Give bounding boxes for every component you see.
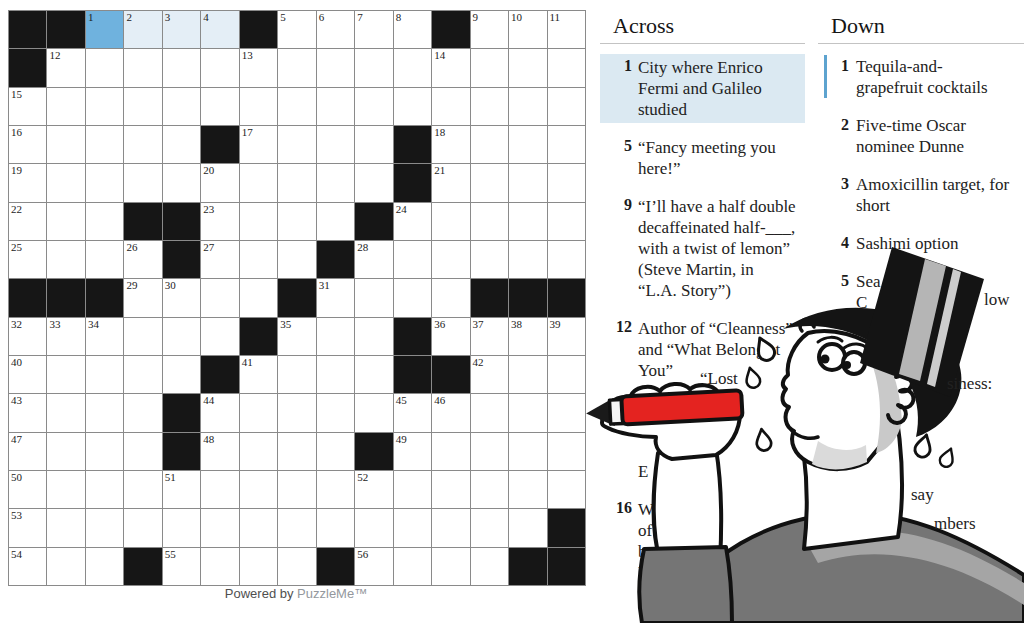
cell-number: 11 — [550, 11, 561, 23]
grid-cell-r11c11[interactable]: 45 — [394, 394, 431, 431]
across-clue-1[interactable]: 1City where EnricoFermi and Galileostudi… — [600, 54, 805, 123]
grid-cell-r8c13 — [471, 279, 508, 316]
grid-cell-r5c2[interactable] — [47, 164, 84, 201]
grid-cell-r1c14[interactable]: 10 — [509, 11, 546, 48]
grid-cell-r1c10[interactable]: 7 — [355, 11, 392, 48]
grid-cell-r4c15[interactable] — [548, 126, 585, 163]
cell-number: 32 — [11, 318, 22, 330]
cell-number: 40 — [11, 356, 22, 368]
grid-cell-r10c3[interactable] — [86, 356, 123, 393]
grid-cell-r9c12[interactable]: 36 — [432, 318, 469, 355]
grid-cell-r13c9[interactable] — [317, 471, 354, 508]
cell-number: 15 — [11, 88, 22, 100]
grid-cell-r14c11[interactable] — [394, 509, 431, 546]
clue-text: Tequila-and-grapefruit cocktails — [856, 57, 988, 99]
cell-number: 33 — [49, 318, 60, 330]
grid-cell-r3c13[interactable] — [471, 88, 508, 125]
grid-cell-r4c11 — [394, 126, 431, 163]
grid-cell-r4c14[interactable] — [509, 126, 546, 163]
grid-cell-r7c14[interactable] — [509, 241, 546, 278]
grid-cell-r10c13[interactable]: 42 — [471, 356, 508, 393]
grid-cell-r8c2 — [47, 279, 84, 316]
grid-cell-r6c1[interactable]: 22 — [9, 203, 46, 240]
grid-cell-r9c4[interactable] — [124, 318, 161, 355]
grid-cell-r12c12[interactable] — [432, 433, 469, 470]
grid-cell-r10c2[interactable] — [47, 356, 84, 393]
grid-cell-r1c9[interactable]: 6 — [317, 11, 354, 48]
grid-cell-r11c13[interactable] — [471, 394, 508, 431]
grid-cell-r15c2[interactable] — [47, 548, 84, 585]
cell-number: 22 — [11, 203, 22, 215]
grid-cell-r13c7[interactable] — [240, 471, 277, 508]
across-divider — [600, 43, 805, 44]
grid-cell-r6c3[interactable] — [86, 203, 123, 240]
grid-cell-r1c5[interactable]: 3 — [163, 11, 200, 48]
grid-cell-r12c8[interactable] — [278, 433, 315, 470]
grid-cell-r10c8[interactable] — [278, 356, 315, 393]
grid-cell-r8c14 — [509, 279, 546, 316]
grid-cell-r2c4[interactable] — [124, 49, 161, 86]
cell-number: 23 — [203, 203, 214, 215]
crossword-app: 1234567891011121314151617181920212223242… — [0, 0, 1024, 623]
grid-cell-r13c1[interactable]: 50 — [9, 471, 46, 508]
grid-cell-r4c8[interactable] — [278, 126, 315, 163]
across-header: Across — [613, 13, 805, 38]
grid-cell-r10c12 — [432, 356, 469, 393]
grid-cell-r10c5[interactable] — [163, 356, 200, 393]
grid-cell-r11c1[interactable]: 43 — [9, 394, 46, 431]
grid-cell-r2c6[interactable] — [201, 49, 238, 86]
grid-cell-r7c11[interactable] — [394, 241, 431, 278]
cell-number: 12 — [49, 49, 60, 61]
grid-cell-r12c5 — [163, 433, 200, 470]
grid-cell-r9c9[interactable] — [317, 318, 354, 355]
grid-cell-r8c5[interactable]: 30 — [163, 279, 200, 316]
grid-cell-r5c15[interactable] — [548, 164, 585, 201]
crossword-grid: 1234567891011121314151617181920212223242… — [8, 10, 586, 586]
grid-cell-r7c10[interactable]: 28 — [355, 241, 392, 278]
grid-cell-r8c7[interactable] — [240, 279, 277, 316]
grid-cell-r3c11[interactable] — [394, 88, 431, 125]
grid-cell-r9c7 — [240, 318, 277, 355]
cell-number: 44 — [203, 394, 214, 406]
grid-cell-r10c9[interactable] — [317, 356, 354, 393]
grid-cell-r11c9[interactable] — [317, 394, 354, 431]
grid-cell-r8c1 — [9, 279, 46, 316]
grid-cell-r12c10 — [355, 433, 392, 470]
grid-cell-r9c11 — [394, 318, 431, 355]
clue-fragment: say — [911, 485, 934, 505]
grid-cell-r2c7[interactable]: 13 — [240, 49, 277, 86]
grid-cell-r13c6[interactable] — [201, 471, 238, 508]
grid-cell-r3c7[interactable] — [240, 88, 277, 125]
across-clue-5[interactable]: 5“Fancy meeting youhere!” — [600, 134, 805, 182]
cell-number: 31 — [319, 279, 330, 291]
cell-number: 53 — [11, 509, 22, 521]
grid-cell-r14c1[interactable]: 53 — [9, 509, 46, 546]
grid-cell-r7c7[interactable] — [240, 241, 277, 278]
grid-cell-r6c15[interactable] — [548, 203, 585, 240]
cell-number: 26 — [126, 241, 137, 253]
grid-cell-r6c13[interactable] — [471, 203, 508, 240]
grid-cell-r15c5[interactable]: 55 — [163, 548, 200, 585]
grid-cell-r15c8[interactable] — [278, 548, 315, 585]
coat-cuff — [639, 547, 732, 623]
grid-cell-r5c10[interactable] — [355, 164, 392, 201]
cell-number: 30 — [165, 279, 176, 291]
grid-cell-r2c3[interactable] — [86, 49, 123, 86]
grid-cell-r10c1[interactable]: 40 — [9, 356, 46, 393]
clue-number: 1 — [602, 57, 638, 120]
grid-cell-r3c2[interactable] — [47, 88, 84, 125]
cell-number: 38 — [511, 318, 522, 330]
grid-cell-r5c3[interactable] — [86, 164, 123, 201]
grid-cell-r2c13[interactable] — [471, 49, 508, 86]
grid-cell-r4c7[interactable]: 17 — [240, 126, 277, 163]
grid-cell-r4c4[interactable] — [124, 126, 161, 163]
grid-cell-r7c2[interactable] — [47, 241, 84, 278]
grid-cell-r5c9[interactable] — [317, 164, 354, 201]
grid-cell-r2c1 — [9, 49, 46, 86]
grid-cell-r13c11[interactable] — [394, 471, 431, 508]
grid-cell-r8c10[interactable] — [355, 279, 392, 316]
grid-cell-r3c12[interactable] — [432, 88, 469, 125]
grid-cell-r1c8[interactable]: 5 — [278, 11, 315, 48]
grid-cell-r6c12[interactable] — [432, 203, 469, 240]
grid-cell-r4c3[interactable] — [86, 126, 123, 163]
grid-cell-r6c6[interactable]: 23 — [201, 203, 238, 240]
clue-text: City where EnricoFermi and Galileostudie… — [638, 57, 763, 120]
grid-cell-r6c10 — [355, 203, 392, 240]
cell-number: 50 — [11, 471, 22, 483]
cell-number: 43 — [11, 394, 22, 406]
grid-cell-r4c1[interactable]: 16 — [9, 126, 46, 163]
clue-fragment: siness: — [947, 374, 992, 394]
grid-cell-r12c2[interactable] — [47, 433, 84, 470]
grid-cell-r13c10[interactable]: 52 — [355, 471, 392, 508]
cell-number: 3 — [165, 11, 171, 23]
grid-cell-r9c14[interactable]: 38 — [509, 318, 546, 355]
grid-cell-r1c6[interactable]: 4 — [201, 11, 238, 48]
cell-number: 47 — [11, 433, 22, 445]
grid-cell-r2c12[interactable]: 14 — [432, 49, 469, 86]
grid-cell-r3c8[interactable] — [278, 88, 315, 125]
grid-cell-r3c10[interactable] — [355, 88, 392, 125]
grid-cell-r11c4[interactable] — [124, 394, 161, 431]
grid-cell-r2c15[interactable] — [548, 49, 585, 86]
grid-cell-r12c7[interactable] — [240, 433, 277, 470]
grid-cell-r6c14[interactable] — [509, 203, 546, 240]
grid-cell-r14c14[interactable] — [509, 509, 546, 546]
cell-number: 20 — [203, 164, 214, 176]
cell-number: 39 — [550, 318, 561, 330]
pencil-body — [621, 390, 742, 424]
grid-cell-r15c7[interactable] — [240, 548, 277, 585]
cell-number: 42 — [473, 356, 484, 368]
grid-cell-r13c5[interactable]: 51 — [163, 471, 200, 508]
grid-cell-r9c10[interactable] — [355, 318, 392, 355]
puzzleme-brand-link[interactable]: PuzzleMe™ — [297, 586, 367, 601]
grid-cell-r5c13[interactable] — [471, 164, 508, 201]
grid-cell-r1c1 — [9, 11, 46, 48]
cell-number: 25 — [11, 241, 22, 253]
cartoon-overlay — [580, 245, 1024, 623]
cell-number: 45 — [396, 394, 407, 406]
clue-number: 2 — [820, 116, 856, 158]
clue-fragment: “Lost — [700, 369, 738, 389]
grid-cell-r9c8[interactable]: 35 — [278, 318, 315, 355]
grid-cell-r2c11[interactable] — [394, 49, 431, 86]
cell-number: 8 — [396, 11, 402, 23]
cell-number: 19 — [11, 164, 22, 176]
grid-cell-r4c12[interactable]: 18 — [432, 126, 469, 163]
grid-cell-r14c10[interactable] — [355, 509, 392, 546]
grid-cell-r7c1[interactable]: 25 — [9, 241, 46, 278]
grid-cell-r9c6[interactable] — [201, 318, 238, 355]
cell-number: 21 — [434, 164, 445, 176]
grid-cell-r3c14[interactable] — [509, 88, 546, 125]
grid-cell-r11c6[interactable]: 44 — [201, 394, 238, 431]
grid-cell-r5c11 — [394, 164, 431, 201]
grid-cell-r4c5[interactable] — [163, 126, 200, 163]
grid-cell-r8c11[interactable] — [394, 279, 431, 316]
grid-cell-r1c2 — [47, 11, 84, 48]
grid-cell-r11c3[interactable] — [86, 394, 123, 431]
grid-cell-r2c5[interactable] — [163, 49, 200, 86]
grid-cell-r1c13[interactable]: 9 — [471, 11, 508, 48]
grid-cell-r11c12[interactable]: 46 — [432, 394, 469, 431]
grid-cell-r5c6[interactable]: 20 — [201, 164, 238, 201]
grid-cell-r15c13[interactable] — [471, 548, 508, 585]
grid-cell-r1c12 — [432, 11, 469, 48]
grid-cell-r11c7[interactable] — [240, 394, 277, 431]
cell-number: 5 — [280, 11, 286, 23]
grid-cell-r15c6[interactable] — [201, 548, 238, 585]
grid-cell-r3c9[interactable] — [317, 88, 354, 125]
grid-cell-r15c14 — [509, 548, 546, 585]
grid-cell-r7c5 — [163, 241, 200, 278]
cell-number: 6 — [319, 11, 325, 23]
grid-cell-r9c13[interactable]: 37 — [471, 318, 508, 355]
grid-cell-r12c4[interactable] — [124, 433, 161, 470]
down-clue-3[interactable]: 3Amoxicillin target, forshort — [818, 172, 1024, 220]
grid-cell-r11c10[interactable] — [355, 394, 392, 431]
grid-cell-r8c8 — [278, 279, 315, 316]
cell-number: 46 — [434, 394, 445, 406]
grid-cell-r10c14[interactable] — [509, 356, 546, 393]
cell-number: 54 — [11, 548, 22, 560]
grid-cell-r2c14[interactable] — [509, 49, 546, 86]
powered-by-text: Powered by — [225, 586, 297, 601]
grid-cell-r15c10[interactable]: 56 — [355, 548, 392, 585]
cell-number: 41 — [242, 356, 253, 368]
grid-cell-r1c15[interactable]: 11 — [548, 11, 585, 48]
grid-cell-r14c7[interactable] — [240, 509, 277, 546]
grid-cell-r2c8[interactable] — [278, 49, 315, 86]
grid-cell-r14c12[interactable] — [432, 509, 469, 546]
grid-cell-r4c9[interactable] — [317, 126, 354, 163]
grid-cell-r1c7 — [240, 11, 277, 48]
grid-cell-r9c3[interactable]: 34 — [86, 318, 123, 355]
grid-cell-r5c8[interactable] — [278, 164, 315, 201]
powered-by: Powered by PuzzleMe™ — [8, 586, 584, 601]
grid-cell-r3c6[interactable] — [201, 88, 238, 125]
grid-cell-r9c2[interactable]: 33 — [47, 318, 84, 355]
cell-number: 36 — [434, 318, 445, 330]
grid-cell-r14c5[interactable] — [163, 509, 200, 546]
grid-cell-r7c8[interactable] — [278, 241, 315, 278]
grid-cell-r1c4[interactable]: 2 — [124, 11, 161, 48]
grid-cell-r13c12[interactable] — [432, 471, 469, 508]
cell-number: 28 — [357, 241, 368, 253]
grid-cell-r2c10[interactable] — [355, 49, 392, 86]
grid-cell-r4c2[interactable] — [47, 126, 84, 163]
grid-cell-r7c9 — [317, 241, 354, 278]
grid-cell-r7c3[interactable] — [86, 241, 123, 278]
grid-cell-r4c13[interactable] — [471, 126, 508, 163]
cell-number: 18 — [434, 126, 445, 138]
grid-cell-r15c4 — [124, 548, 161, 585]
grid-cell-r9c1[interactable]: 32 — [9, 318, 46, 355]
grid-cell-r6c9[interactable] — [317, 203, 354, 240]
grid-cell-r3c5[interactable] — [163, 88, 200, 125]
grid-cell-r10c7[interactable]: 41 — [240, 356, 277, 393]
grid-cell-r12c1[interactable]: 47 — [9, 433, 46, 470]
grid-cell-r5c14[interactable] — [509, 164, 546, 201]
clue-text: Five-time Oscarnominee Dunne — [856, 116, 966, 158]
grid-cell-r14c4[interactable] — [124, 509, 161, 546]
grid-cell-r6c7[interactable] — [240, 203, 277, 240]
grid-cell-r7c4[interactable]: 26 — [124, 241, 161, 278]
clue-number: 5 — [602, 137, 638, 179]
clue-text: Amoxicillin target, forshort — [856, 175, 1009, 217]
grid-cell-r6c4 — [124, 203, 161, 240]
cell-number: 29 — [126, 279, 137, 291]
grid-cell-r11c2[interactable] — [47, 394, 84, 431]
grid-cell-r12c11[interactable]: 49 — [394, 433, 431, 470]
grid-cell-r13c2[interactable] — [47, 471, 84, 508]
cell-number: 16 — [11, 126, 22, 138]
grid-cell-r15c3[interactable] — [86, 548, 123, 585]
grid-cell-r13c13[interactable] — [471, 471, 508, 508]
grid-cell-r14c9[interactable] — [317, 509, 354, 546]
cell-number: 49 — [396, 433, 407, 445]
cell-number: 7 — [357, 11, 363, 23]
cell-number: 55 — [165, 548, 176, 560]
grid-cell-r2c9[interactable] — [317, 49, 354, 86]
grid-cell-r11c8[interactable] — [278, 394, 315, 431]
cell-number: 34 — [88, 318, 99, 330]
grid-cell-r3c1[interactable]: 15 — [9, 88, 46, 125]
pupil-right — [843, 361, 851, 369]
grid-cell-r11c5 — [163, 394, 200, 431]
grid-cell-r6c2[interactable] — [47, 203, 84, 240]
grid-cell-r12c6[interactable]: 48 — [201, 433, 238, 470]
down-clue-2[interactable]: 2Five-time Oscarnominee Dunne — [818, 113, 1024, 161]
clue-number: 3 — [820, 175, 856, 217]
grid-cell-r7c12[interactable] — [432, 241, 469, 278]
grid-cell-r8c9[interactable]: 31 — [317, 279, 354, 316]
grid-cell-r8c4[interactable]: 29 — [124, 279, 161, 316]
grid-cell-r4c10[interactable] — [355, 126, 392, 163]
cell-number: 2 — [126, 11, 132, 23]
grid-cell-r15c11[interactable] — [394, 548, 431, 585]
grid-cell-r5c12[interactable]: 21 — [432, 164, 469, 201]
grid-cell-r9c5[interactable] — [163, 318, 200, 355]
grid-cell-r11c14[interactable] — [509, 394, 546, 431]
grid-cell-r1c11[interactable]: 8 — [394, 11, 431, 48]
grid-cell-r3c15[interactable] — [548, 88, 585, 125]
cell-number: 37 — [473, 318, 484, 330]
grid-cell-r3c4[interactable] — [124, 88, 161, 125]
grid-cell-r2c2[interactable]: 12 — [47, 49, 84, 86]
grid-cell-r5c7[interactable] — [240, 164, 277, 201]
grid-cell-r12c3[interactable] — [86, 433, 123, 470]
cell-number: 51 — [165, 471, 176, 483]
grid-cell-r6c8[interactable] — [278, 203, 315, 240]
grid-cell-r13c8[interactable] — [278, 471, 315, 508]
grid-cell-r14c6[interactable] — [201, 509, 238, 546]
cell-number: 13 — [242, 49, 253, 61]
grid-cell-r10c6 — [201, 356, 238, 393]
grid-cell-r14c2[interactable] — [47, 509, 84, 546]
clue-fragment: mbers — [934, 514, 976, 534]
grid-cell-r12c14[interactable] — [509, 433, 546, 470]
grid-cell-r8c6[interactable] — [201, 279, 238, 316]
grid-cell-r15c12[interactable] — [432, 548, 469, 585]
grid-cell-r1c3[interactable]: 1 — [86, 11, 123, 48]
cell-number: 52 — [357, 471, 368, 483]
grid-cell-r8c12[interactable] — [432, 279, 469, 316]
grid-cell-r5c1[interactable]: 19 — [9, 164, 46, 201]
cell-number: 35 — [280, 318, 291, 330]
grid-cell-r5c4[interactable] — [124, 164, 161, 201]
grid-cell-r13c14[interactable] — [509, 471, 546, 508]
clue-text: “Fancy meeting youhere!” — [638, 137, 776, 179]
clue-fragment: low — [984, 290, 1010, 310]
grid-cell-r8c3 — [86, 279, 123, 316]
grid-cell-r15c1[interactable]: 54 — [9, 548, 46, 585]
cell-number: 56 — [357, 548, 368, 560]
grid-cell-r7c13[interactable] — [471, 241, 508, 278]
grid-cell-r5c5[interactable] — [163, 164, 200, 201]
grid-cell-r15c9 — [317, 548, 354, 585]
grid-cell-r12c13[interactable] — [471, 433, 508, 470]
down-divider — [818, 43, 1024, 44]
grid-cell-r14c8[interactable] — [278, 509, 315, 546]
grid-cell-r3c3[interactable] — [86, 88, 123, 125]
grid-cell-r12c9[interactable] — [317, 433, 354, 470]
grid-cell-r4c6 — [201, 126, 238, 163]
cell-number: 1 — [88, 11, 94, 23]
grid-cell-r7c6[interactable]: 27 — [201, 241, 238, 278]
grid-cell-r6c11[interactable]: 24 — [394, 203, 431, 240]
cell-number: 4 — [203, 11, 209, 23]
cell-number: 17 — [242, 126, 253, 138]
grid-cell-r13c3[interactable] — [86, 471, 123, 508]
down-clue-1[interactable]: 1Tequila-and-grapefruit cocktails — [818, 54, 1024, 102]
grid-cell-r14c13[interactable] — [471, 509, 508, 546]
grid-cell-r14c3[interactable] — [86, 509, 123, 546]
grid-cell-r13c4[interactable] — [124, 471, 161, 508]
pupil-left — [821, 355, 830, 364]
cell-number: 24 — [396, 203, 407, 215]
down-clue1-active-bar — [824, 55, 827, 98]
grid-cell-r10c10[interactable] — [355, 356, 392, 393]
cell-number: 10 — [511, 11, 522, 23]
grid-cell-r10c4[interactable] — [124, 356, 161, 393]
cell-number: 9 — [473, 11, 479, 23]
